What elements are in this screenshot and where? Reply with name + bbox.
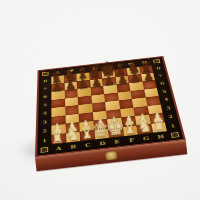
square-b6[interactable] bbox=[64, 89, 77, 98]
rank-label: 6 bbox=[155, 79, 170, 88]
file-label: A bbox=[51, 68, 64, 76]
black-pawn[interactable]: ♟ bbox=[129, 71, 141, 84]
chess-board: ABCDEFGH8♜♞♝♛♚♝♞♜87♟♟♟♟♟♟♟♟7665544332♟♟♟… bbox=[35, 56, 186, 157]
square-f1[interactable]: ♝ bbox=[122, 125, 138, 136]
square-d7[interactable]: ♟ bbox=[90, 78, 104, 87]
corner-ornament-icon bbox=[150, 57, 164, 65]
black-pawn[interactable]: ♟ bbox=[77, 77, 89, 90]
square-a8[interactable]: ♜ bbox=[51, 75, 64, 84]
file-label: E bbox=[101, 63, 114, 71]
rank-label: 6 bbox=[39, 92, 52, 101]
square-g1[interactable]: ♞ bbox=[136, 123, 152, 134]
square-b8[interactable]: ♞ bbox=[64, 74, 77, 83]
rank-label: 5 bbox=[38, 100, 51, 110]
square-f4[interactable] bbox=[118, 99, 133, 109]
square-f6[interactable] bbox=[116, 83, 130, 92]
brass-hinge-icon bbox=[128, 63, 133, 65]
brass-hinge-icon bbox=[69, 69, 74, 71]
file-label: B bbox=[64, 67, 77, 75]
square-h7[interactable]: ♟ bbox=[140, 73, 154, 82]
black-rook[interactable]: ♜ bbox=[140, 60, 153, 75]
square-c7[interactable]: ♟ bbox=[77, 80, 90, 89]
chess-set-scene: ABCDEFGH8♜♞♝♛♚♝♞♜87♟♟♟♟♟♟♟♟7665544332♟♟♟… bbox=[0, 0, 200, 200]
rank-label: 7 bbox=[153, 71, 167, 80]
corner-ornament-icon bbox=[39, 70, 51, 78]
board-tilt-wrapper: ABCDEFGH8♜♞♝♛♚♝♞♜87♟♟♟♟♟♟♟♟7665544332♟♟♟… bbox=[29, 26, 182, 179]
square-c6[interactable] bbox=[77, 87, 91, 96]
black-rook[interactable]: ♜ bbox=[50, 71, 63, 86]
file-label: D bbox=[88, 64, 101, 72]
black-pawn[interactable]: ♟ bbox=[142, 69, 154, 82]
rank-label: 7 bbox=[39, 84, 51, 93]
black-pawn[interactable]: ♟ bbox=[103, 74, 115, 87]
black-pawn[interactable]: ♟ bbox=[64, 78, 76, 91]
square-a7[interactable]: ♟ bbox=[51, 83, 64, 92]
square-h5[interactable] bbox=[144, 88, 159, 98]
product-photo: ABCDEFGH8♜♞♝♛♚♝♞♜87♟♟♟♟♟♟♟♟7665544332♟♟♟… bbox=[0, 0, 200, 200]
square-h8[interactable]: ♜ bbox=[139, 65, 153, 74]
file-label: G bbox=[125, 60, 139, 68]
square-b5[interactable] bbox=[65, 97, 79, 107]
square-d5[interactable] bbox=[91, 94, 105, 104]
brass-clasp-icon bbox=[105, 151, 117, 160]
file-label: H bbox=[138, 59, 152, 67]
corner-ornament-icon bbox=[167, 130, 183, 141]
square-d8[interactable]: ♛ bbox=[89, 71, 102, 80]
white-rook[interactable]: ♜ bbox=[50, 129, 65, 146]
white-knight[interactable]: ♞ bbox=[136, 118, 152, 136]
square-e7[interactable]: ♟ bbox=[102, 77, 116, 86]
black-queen[interactable]: ♛ bbox=[87, 63, 104, 81]
square-g8[interactable]: ♞ bbox=[126, 67, 140, 76]
rank-label: 8 bbox=[39, 77, 51, 86]
square-b1[interactable]: ♞ bbox=[66, 132, 81, 143]
rank-label: 5 bbox=[157, 86, 172, 95]
square-h1[interactable]: ♜ bbox=[151, 122, 167, 133]
square-a6[interactable] bbox=[51, 90, 64, 99]
square-c5[interactable] bbox=[78, 95, 92, 105]
square-a1[interactable]: ♜ bbox=[51, 133, 65, 144]
square-e6[interactable] bbox=[103, 84, 117, 93]
rank-label: 8 bbox=[151, 64, 165, 73]
square-g6[interactable] bbox=[129, 82, 144, 91]
black-bishop[interactable]: ♝ bbox=[75, 66, 90, 82]
square-h6[interactable] bbox=[142, 80, 157, 89]
black-bishop[interactable]: ♝ bbox=[113, 62, 128, 78]
white-bishop[interactable]: ♝ bbox=[122, 119, 139, 137]
square-e8[interactable]: ♚ bbox=[101, 70, 115, 79]
square-c8[interactable]: ♝ bbox=[76, 72, 89, 81]
square-g7[interactable]: ♟ bbox=[128, 74, 142, 83]
black-pawn[interactable]: ♟ bbox=[116, 72, 128, 85]
black-knight[interactable]: ♞ bbox=[62, 68, 76, 84]
black-king[interactable]: ♚ bbox=[98, 59, 117, 79]
square-f8[interactable]: ♝ bbox=[114, 68, 128, 77]
black-knight[interactable]: ♞ bbox=[126, 61, 140, 77]
black-pawn[interactable]: ♟ bbox=[90, 75, 102, 88]
file-label: C bbox=[76, 66, 89, 74]
square-a5[interactable] bbox=[51, 98, 64, 108]
square-d6[interactable] bbox=[90, 86, 104, 95]
file-label: F bbox=[113, 61, 127, 69]
black-pawn[interactable]: ♟ bbox=[51, 80, 63, 93]
square-e5[interactable] bbox=[104, 92, 118, 102]
square-f7[interactable]: ♟ bbox=[115, 75, 129, 84]
square-g5[interactable] bbox=[130, 89, 145, 99]
square-d4[interactable] bbox=[92, 102, 106, 112]
square-b7[interactable]: ♟ bbox=[64, 81, 77, 90]
square-f5[interactable] bbox=[117, 91, 132, 101]
white-rook[interactable]: ♜ bbox=[152, 118, 167, 135]
corner-ornament-icon bbox=[37, 144, 51, 155]
